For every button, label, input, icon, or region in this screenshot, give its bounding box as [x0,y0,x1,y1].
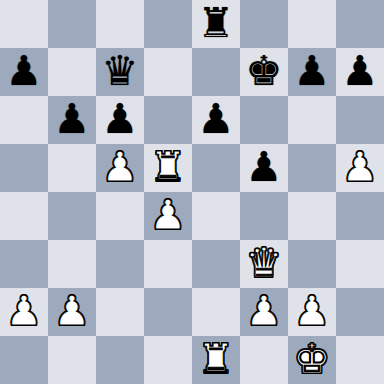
piece-black-king[interactable]: ♚ [246,47,283,95]
square-f3[interactable]: ♛ [240,240,288,288]
square-a8[interactable] [0,0,48,48]
square-e6[interactable]: ♟ [192,96,240,144]
square-e4[interactable] [192,192,240,240]
square-g7[interactable]: ♟ [288,48,336,96]
square-f5[interactable]: ♟ [240,144,288,192]
square-b8[interactable] [48,0,96,48]
piece-white-pawn[interactable]: ♟ [246,287,283,335]
square-e2[interactable] [192,288,240,336]
square-d2[interactable] [144,288,192,336]
piece-white-queen[interactable]: ♛ [246,239,283,287]
piece-black-pawn[interactable]: ♟ [54,95,91,143]
square-c8[interactable] [96,0,144,48]
square-f7[interactable]: ♚ [240,48,288,96]
square-f8[interactable] [240,0,288,48]
square-g3[interactable] [288,240,336,288]
square-b6[interactable]: ♟ [48,96,96,144]
square-e1[interactable]: ♜ [192,336,240,384]
square-c4[interactable] [96,192,144,240]
square-b4[interactable] [48,192,96,240]
square-h1[interactable] [336,336,384,384]
square-b2[interactable]: ♟ [48,288,96,336]
square-d1[interactable] [144,336,192,384]
square-a3[interactable] [0,240,48,288]
square-h5[interactable]: ♟ [336,144,384,192]
piece-white-rook[interactable]: ♜ [198,335,235,383]
square-b5[interactable] [48,144,96,192]
piece-white-pawn[interactable]: ♟ [294,287,331,335]
piece-black-pawn[interactable]: ♟ [342,47,379,95]
square-h2[interactable] [336,288,384,336]
piece-black-pawn[interactable]: ♟ [198,95,235,143]
square-d6[interactable] [144,96,192,144]
square-h7[interactable]: ♟ [336,48,384,96]
piece-white-pawn[interactable]: ♟ [102,143,139,191]
square-a5[interactable] [0,144,48,192]
square-g6[interactable] [288,96,336,144]
square-b1[interactable] [48,336,96,384]
square-a1[interactable] [0,336,48,384]
square-a7[interactable]: ♟ [0,48,48,96]
square-e3[interactable] [192,240,240,288]
square-a2[interactable]: ♟ [0,288,48,336]
square-b3[interactable] [48,240,96,288]
square-d8[interactable] [144,0,192,48]
square-b7[interactable] [48,48,96,96]
piece-white-pawn[interactable]: ♟ [342,143,379,191]
piece-white-pawn[interactable]: ♟ [54,287,91,335]
square-c6[interactable]: ♟ [96,96,144,144]
square-d5[interactable]: ♜ [144,144,192,192]
square-c3[interactable] [96,240,144,288]
square-d4[interactable]: ♟ [144,192,192,240]
piece-black-rook[interactable]: ♜ [198,0,235,47]
square-f4[interactable] [240,192,288,240]
square-e5[interactable] [192,144,240,192]
square-a6[interactable] [0,96,48,144]
piece-black-queen[interactable]: ♛ [102,47,139,95]
square-c7[interactable]: ♛ [96,48,144,96]
square-h8[interactable] [336,0,384,48]
piece-white-pawn[interactable]: ♟ [150,191,187,239]
square-c1[interactable] [96,336,144,384]
square-e7[interactable] [192,48,240,96]
square-g8[interactable] [288,0,336,48]
square-f1[interactable] [240,336,288,384]
square-c2[interactable] [96,288,144,336]
piece-black-pawn[interactable]: ♟ [6,47,43,95]
piece-black-pawn[interactable]: ♟ [246,143,283,191]
square-g5[interactable] [288,144,336,192]
piece-white-pawn[interactable]: ♟ [6,287,43,335]
square-d3[interactable] [144,240,192,288]
square-g4[interactable] [288,192,336,240]
piece-black-pawn[interactable]: ♟ [102,95,139,143]
square-g2[interactable]: ♟ [288,288,336,336]
chess-board: ♜♟♛♚♟♟♟♟♟♟♜♟♟♟♛♟♟♟♟♜♚ [0,0,384,384]
square-f6[interactable] [240,96,288,144]
square-g1[interactable]: ♚ [288,336,336,384]
square-c5[interactable]: ♟ [96,144,144,192]
piece-white-rook[interactable]: ♜ [150,143,187,191]
square-h6[interactable] [336,96,384,144]
square-h4[interactable] [336,192,384,240]
square-a4[interactable] [0,192,48,240]
piece-white-king[interactable]: ♚ [294,335,331,383]
square-d7[interactable] [144,48,192,96]
square-f2[interactable]: ♟ [240,288,288,336]
square-e8[interactable]: ♜ [192,0,240,48]
piece-black-pawn[interactable]: ♟ [294,47,331,95]
square-h3[interactable] [336,240,384,288]
